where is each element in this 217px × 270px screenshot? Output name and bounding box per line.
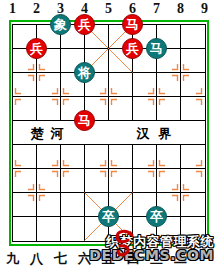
grid-cell — [133, 169, 157, 193]
grid-cell — [133, 73, 157, 97]
grid-cell — [13, 169, 37, 193]
grid-cell — [85, 145, 109, 169]
grid-cell — [133, 145, 157, 169]
river-label-left: 楚河 — [27, 125, 67, 143]
grid-cell — [61, 145, 85, 169]
bottom-coordinate-label: 八 — [25, 250, 49, 268]
grid-cell — [37, 97, 61, 121]
grid-cell — [181, 193, 205, 217]
top-coordinate-label: 7 — [145, 1, 169, 17]
grid-cell — [37, 73, 61, 97]
river-character: 汉 — [132, 125, 154, 143]
piece-teal-soldier[interactable]: 卒 — [98, 206, 119, 227]
grid-cell — [13, 73, 37, 97]
grid-cell — [13, 217, 37, 241]
grid-cell — [133, 97, 157, 121]
river-character: 河 — [47, 125, 67, 143]
piece-teal-horse[interactable]: 马 — [146, 38, 167, 59]
grid-cell — [109, 73, 133, 97]
grid-cell — [181, 49, 205, 73]
grid-cell — [13, 145, 37, 169]
grid-cell — [109, 97, 133, 121]
grid-cell — [37, 145, 61, 169]
grid-cell — [181, 169, 205, 193]
grid-cell — [61, 217, 85, 241]
grid-cell — [37, 169, 61, 193]
xiangqi-diagram-page: { "game": "xiangqi", "position": { "fen"… — [0, 0, 216, 270]
grid-cell — [157, 73, 181, 97]
top-coordinate-label: 9 — [193, 1, 217, 17]
grid-cell — [181, 97, 205, 121]
grid-cell — [37, 217, 61, 241]
grid-cell — [109, 145, 133, 169]
piece-red-soldier[interactable]: 兵 — [122, 38, 143, 59]
grid-cell — [13, 193, 37, 217]
grid-cell — [181, 73, 205, 97]
grid-cell — [61, 193, 85, 217]
grid-cell — [85, 169, 109, 193]
grid-cell — [181, 145, 205, 169]
watermark: 织梦内容管理系统 DEDECMS.COM — [89, 235, 214, 262]
top-coordinate-label: 2 — [25, 1, 49, 17]
piece-teal-soldier[interactable]: 卒 — [146, 206, 167, 227]
watermark-domain: DEDECMS.COM — [89, 249, 214, 262]
grid-cell — [157, 97, 181, 121]
top-coordinate-label: 8 — [169, 1, 193, 17]
grid-cell — [13, 97, 37, 121]
river: 楚河 汉界 — [13, 121, 205, 144]
river-character: 界 — [154, 125, 176, 143]
piece-red-horse[interactable]: 马 — [122, 14, 143, 35]
piece-teal-general[interactable]: 将 — [74, 62, 95, 83]
piece-red-horse[interactable]: 马 — [74, 110, 95, 131]
river-label-right: 汉界 — [132, 125, 176, 143]
bottom-coordinate-label: 九 — [1, 250, 25, 268]
grid-cell — [181, 25, 205, 49]
top-coordinate-label: 1 — [1, 1, 25, 17]
grid-cell — [61, 169, 85, 193]
grid-cell — [109, 169, 133, 193]
piece-red-soldier[interactable]: 兵 — [26, 38, 47, 59]
grid-cell — [157, 169, 181, 193]
grid-cell — [157, 145, 181, 169]
top-coordinate-label: 5 — [97, 1, 121, 17]
river-character: 楚 — [27, 125, 47, 143]
bottom-coordinate-label: 七 — [49, 250, 73, 268]
grid-cell — [37, 193, 61, 217]
piece-red-soldier[interactable]: 兵 — [74, 14, 95, 35]
piece-teal-elephant[interactable]: 象 — [50, 14, 71, 35]
